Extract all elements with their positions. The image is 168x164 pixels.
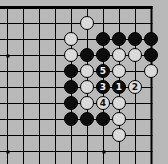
intersection[interactable] [111, 63, 127, 79]
intersection[interactable] [79, 63, 95, 79]
intersection[interactable] [31, 47, 47, 63]
intersection[interactable] [31, 127, 47, 143]
black-stone [96, 112, 110, 126]
intersection[interactable] [63, 111, 79, 127]
intersection[interactable] [95, 0, 111, 15]
intersection[interactable] [127, 47, 143, 63]
intersection[interactable] [95, 31, 111, 47]
black-stone [64, 96, 78, 110]
white-stone [112, 48, 126, 62]
white-stone [128, 48, 142, 62]
intersection[interactable] [143, 15, 159, 31]
intersection[interactable] [143, 111, 159, 127]
intersection[interactable] [63, 95, 79, 111]
white-stone [80, 80, 94, 94]
intersection[interactable] [79, 47, 95, 63]
intersection[interactable] [143, 127, 159, 143]
intersection[interactable]: 4 [95, 95, 111, 111]
intersection[interactable] [0, 63, 15, 79]
intersection[interactable] [47, 95, 63, 111]
intersection[interactable] [63, 47, 79, 63]
intersection[interactable] [47, 63, 63, 79]
intersection[interactable] [31, 15, 47, 31]
intersection[interactable] [47, 79, 63, 95]
intersection[interactable] [15, 111, 31, 127]
black-stone [80, 112, 94, 126]
intersection[interactable] [111, 95, 127, 111]
intersection[interactable] [79, 111, 95, 127]
intersection[interactable] [63, 127, 79, 143]
black-stone-move-5: 5 [96, 64, 110, 78]
intersection[interactable] [79, 31, 95, 47]
intersection[interactable] [63, 31, 79, 47]
intersection[interactable] [15, 47, 31, 63]
white-stone [112, 128, 126, 142]
white-stone [112, 64, 126, 78]
intersection[interactable] [111, 15, 127, 31]
intersection[interactable] [15, 143, 31, 159]
intersection[interactable] [111, 111, 127, 127]
intersection[interactable] [15, 95, 31, 111]
intersection[interactable] [79, 95, 95, 111]
intersection[interactable] [111, 127, 127, 143]
white-stone [64, 48, 78, 62]
intersection[interactable] [111, 143, 127, 159]
intersection[interactable] [47, 143, 63, 159]
intersection[interactable] [0, 111, 15, 127]
intersection[interactable] [95, 47, 111, 63]
intersection[interactable] [143, 63, 159, 79]
white-stone [80, 64, 94, 78]
black-stone [128, 32, 142, 46]
black-stone [112, 32, 126, 46]
intersection[interactable] [63, 143, 79, 159]
intersection[interactable] [0, 0, 15, 15]
intersection[interactable] [143, 143, 159, 159]
white-stone [112, 96, 126, 110]
move-number-label: 4 [100, 99, 106, 108]
intersection[interactable] [15, 127, 31, 143]
white-stone-move-2: 2 [128, 80, 142, 94]
intersection[interactable] [127, 95, 143, 111]
black-stone [96, 32, 110, 46]
intersection[interactable] [47, 31, 63, 47]
black-stone [64, 80, 78, 94]
star-point [103, 151, 106, 154]
intersection[interactable] [0, 95, 15, 111]
intersection[interactable] [111, 31, 127, 47]
white-stone [144, 64, 158, 78]
intersection[interactable] [143, 47, 159, 63]
intersection[interactable] [47, 0, 63, 15]
black-stone [144, 32, 158, 46]
intersection[interactable] [63, 79, 79, 95]
star-point [7, 151, 10, 154]
intersection[interactable] [31, 79, 47, 95]
intersection[interactable] [0, 127, 15, 143]
intersection[interactable] [127, 31, 143, 47]
intersection[interactable] [63, 0, 79, 15]
intersection[interactable] [31, 31, 47, 47]
intersection[interactable] [111, 47, 127, 63]
black-stone [64, 112, 78, 126]
intersection[interactable] [127, 0, 143, 15]
intersection[interactable] [0, 31, 15, 47]
intersection[interactable] [0, 79, 15, 95]
intersection[interactable] [79, 15, 95, 31]
intersection[interactable] [127, 127, 143, 143]
intersection[interactable] [95, 15, 111, 31]
board-intersection-grid: 53124 [0, 0, 159, 159]
intersection[interactable]: 1 [111, 79, 127, 95]
intersection[interactable] [79, 127, 95, 143]
intersection[interactable] [127, 143, 143, 159]
black-stone [144, 48, 158, 62]
intersection[interactable] [31, 63, 47, 79]
intersection[interactable]: 2 [127, 79, 143, 95]
intersection[interactable] [127, 63, 143, 79]
intersection[interactable] [15, 79, 31, 95]
intersection[interactable] [79, 0, 95, 15]
intersection[interactable] [127, 111, 143, 127]
go-diagram: 53124 [0, 0, 168, 164]
intersection[interactable] [143, 0, 159, 15]
intersection[interactable] [79, 143, 95, 159]
go-board: 53124 [0, 0, 168, 164]
black-stone [80, 48, 94, 62]
white-stone-move-4: 4 [96, 96, 110, 110]
intersection[interactable] [15, 15, 31, 31]
intersection[interactable] [127, 15, 143, 31]
intersection[interactable] [31, 95, 47, 111]
intersection[interactable] [31, 111, 47, 127]
intersection[interactable] [47, 47, 63, 63]
intersection[interactable] [63, 15, 79, 31]
intersection[interactable] [15, 0, 31, 15]
black-stone-move-3: 3 [96, 80, 110, 94]
intersection[interactable]: 3 [95, 79, 111, 95]
black-stone [64, 64, 78, 78]
move-number-label: 2 [132, 83, 138, 92]
intersection[interactable] [31, 0, 47, 15]
intersection[interactable] [79, 79, 95, 95]
white-stone [64, 32, 78, 46]
intersection[interactable] [143, 95, 159, 111]
intersection[interactable] [63, 63, 79, 79]
intersection[interactable] [47, 127, 63, 143]
intersection[interactable] [47, 111, 63, 127]
black-stone [96, 48, 110, 62]
move-number-label: 1 [116, 83, 122, 92]
black-stone-move-1: 1 [112, 80, 126, 94]
intersection[interactable] [143, 31, 159, 47]
intersection[interactable]: 5 [95, 63, 111, 79]
intersection[interactable] [15, 31, 31, 47]
intersection[interactable] [95, 111, 111, 127]
move-number-label: 5 [100, 67, 106, 76]
intersection[interactable] [111, 0, 127, 15]
white-stone [112, 112, 126, 126]
intersection[interactable] [47, 15, 63, 31]
move-number-label: 3 [100, 83, 106, 92]
white-stone [80, 96, 94, 110]
intersection[interactable] [95, 127, 111, 143]
star-point [7, 55, 10, 58]
intersection[interactable] [143, 79, 159, 95]
white-stone [80, 16, 94, 30]
intersection[interactable] [15, 63, 31, 79]
intersection[interactable] [0, 15, 15, 31]
intersection[interactable] [31, 143, 47, 159]
